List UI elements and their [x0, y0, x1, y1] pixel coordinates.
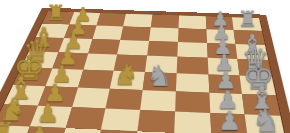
square-f4 [106, 88, 143, 109]
square-b5 [149, 27, 178, 42]
square-g4 [101, 108, 140, 131]
square-e8: ♚ [240, 75, 276, 95]
piece-black-pawn-g7: ♟ [211, 109, 248, 133]
square-f6 [175, 91, 210, 112]
square-c5 [147, 41, 178, 57]
square-d5 [145, 56, 177, 73]
square-c4 [117, 40, 149, 56]
square-e6 [176, 73, 209, 92]
square-a3 [96, 13, 126, 26]
square-g3 [65, 107, 106, 130]
piece-black-rook-a8: ♜ [234, 8, 262, 30]
square-f3 [72, 87, 110, 108]
square-h3 [58, 128, 101, 133]
square-c8: ♝ [236, 44, 269, 60]
board-frame: ♜♟♟♜♟♟♝♟♟♝♛♟♟♛♚♟♞♞♟♚♝♟♟♝♞♟♟♞♜♟♟♜ [0, 7, 290, 133]
square-d1: ♛ [21, 51, 58, 68]
square-c7: ♟ [207, 43, 238, 59]
square-b3 [92, 25, 123, 39]
square-e7: ♟ [208, 74, 242, 93]
square-c6 [177, 42, 207, 58]
square-a6 [178, 15, 206, 29]
square-g8: ♞ [245, 114, 285, 133]
square-b7: ♟ [206, 29, 236, 44]
square-h1: ♜ [0, 125, 29, 133]
square-e4: ♞ [110, 71, 145, 90]
square-b2: ♟ [64, 24, 96, 38]
piece-black-pawn-a7: ♟ [206, 9, 234, 28]
square-g7: ♟ [210, 112, 248, 133]
square-a2: ♟ [69, 12, 100, 25]
square-a4 [123, 14, 152, 27]
square-b6 [178, 28, 207, 43]
square-e3 [78, 69, 114, 88]
piece-black-knight-g8: ♞ [248, 104, 285, 133]
piece-white-bishop-c1: ♝ [29, 25, 59, 52]
piece-white-pawn-a2: ♟ [69, 5, 96, 24]
square-b4 [120, 26, 150, 41]
square-d7: ♟ [207, 58, 240, 76]
square-g5 [137, 109, 174, 132]
square-d4 [114, 54, 147, 71]
square-d3 [83, 53, 117, 70]
square-f7: ♟ [209, 92, 245, 113]
square-g6 [174, 111, 211, 133]
square-c3 [88, 39, 121, 55]
square-c2: ♟ [58, 38, 92, 54]
square-f5 [140, 90, 175, 111]
chess-set-photo: ♜♟♟♜♟♟♝♟♟♝♛♟♟♛♚♟♞♞♟♚♝♟♟♝♞♟♟♞♜♟♟♜ [0, 0, 290, 133]
square-a7: ♟ [205, 16, 233, 30]
square-d8: ♛ [238, 59, 272, 77]
square-f8: ♝ [242, 94, 280, 116]
square-a5 [151, 14, 179, 28]
chess-board: ♜♟♟♜♟♟♝♟♟♝♛♟♟♛♚♟♞♞♟♚♝♟♟♝♞♟♟♞♜♟♟♜ [0, 11, 290, 133]
square-b8 [234, 30, 265, 45]
square-h2: ♟ [20, 127, 65, 133]
square-f1: ♝ [4, 85, 45, 106]
square-d6 [176, 57, 208, 75]
square-e5: ♞ [143, 72, 177, 91]
square-d2: ♟ [52, 52, 88, 69]
square-a8: ♜ [232, 17, 262, 31]
piece-white-rook-a1: ♜ [42, 2, 69, 24]
